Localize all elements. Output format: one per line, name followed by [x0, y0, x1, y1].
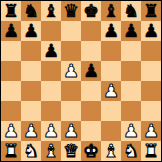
square-h7[interactable]: ♟	[141, 21, 161, 41]
black-pawn: ♟	[83, 61, 99, 81]
square-g3[interactable]	[121, 101, 141, 121]
black-pawn: ♟	[3, 21, 19, 41]
square-f4[interactable]: ♟	[101, 81, 121, 101]
black-rook: ♜	[143, 1, 159, 21]
square-b2[interactable]: ♟	[21, 121, 41, 141]
white-bishop: ♝	[103, 141, 119, 161]
square-b4[interactable]	[21, 81, 41, 101]
square-g1[interactable]: ♞	[121, 141, 141, 161]
black-king: ♚	[83, 1, 99, 21]
square-d8[interactable]: ♛	[61, 1, 81, 21]
square-e2[interactable]	[81, 121, 101, 141]
square-g2[interactable]: ♟	[121, 121, 141, 141]
square-c5[interactable]	[41, 61, 61, 81]
white-pawn: ♟	[103, 81, 119, 101]
square-a7[interactable]: ♟	[1, 21, 21, 41]
square-c1[interactable]: ♝	[41, 141, 61, 161]
square-e7[interactable]	[81, 21, 101, 41]
square-g7[interactable]: ♟	[121, 21, 141, 41]
square-e8[interactable]: ♚	[81, 1, 101, 21]
square-e1[interactable]: ♚	[81, 141, 101, 161]
square-c6[interactable]: ♟	[41, 41, 61, 61]
square-g8[interactable]: ♞	[121, 1, 141, 21]
square-e6[interactable]	[81, 41, 101, 61]
black-knight: ♞	[123, 1, 139, 21]
square-d2[interactable]: ♟	[61, 121, 81, 141]
square-b8[interactable]: ♞	[21, 1, 41, 21]
white-knight: ♞	[23, 141, 39, 161]
square-c2[interactable]: ♟	[41, 121, 61, 141]
white-pawn: ♟	[63, 121, 79, 141]
square-h4[interactable]	[141, 81, 161, 101]
black-bishop: ♝	[43, 1, 59, 21]
square-h5[interactable]	[141, 61, 161, 81]
square-a5[interactable]	[1, 61, 21, 81]
square-b3[interactable]	[21, 101, 41, 121]
square-c4[interactable]	[41, 81, 61, 101]
square-g6[interactable]	[121, 41, 141, 61]
square-f3[interactable]	[101, 101, 121, 121]
black-queen: ♛	[63, 1, 79, 21]
square-a1[interactable]: ♜	[1, 141, 21, 161]
square-a4[interactable]	[1, 81, 21, 101]
square-f5[interactable]	[101, 61, 121, 81]
white-pawn: ♟	[143, 121, 159, 141]
square-e5[interactable]: ♟	[81, 61, 101, 81]
square-h1[interactable]: ♜	[141, 141, 161, 161]
white-pawn: ♟	[3, 121, 19, 141]
black-pawn: ♟	[143, 21, 159, 41]
square-a2[interactable]: ♟	[1, 121, 21, 141]
black-pawn: ♟	[23, 21, 39, 41]
black-pawn: ♟	[123, 21, 139, 41]
square-c3[interactable]	[41, 101, 61, 121]
black-rook: ♜	[3, 1, 19, 21]
black-bishop: ♝	[103, 1, 119, 21]
white-pawn: ♟	[43, 121, 59, 141]
white-pawn: ♟	[63, 61, 79, 81]
white-pawn: ♟	[123, 121, 139, 141]
square-f1[interactable]: ♝	[101, 141, 121, 161]
black-knight: ♞	[23, 1, 39, 21]
square-d4[interactable]	[61, 81, 81, 101]
square-h6[interactable]	[141, 41, 161, 61]
square-h3[interactable]	[141, 101, 161, 121]
square-a3[interactable]	[1, 101, 21, 121]
square-f6[interactable]	[101, 41, 121, 61]
square-a8[interactable]: ♜	[1, 1, 21, 21]
square-b7[interactable]: ♟	[21, 21, 41, 41]
square-f2[interactable]	[101, 121, 121, 141]
white-rook: ♜	[3, 141, 19, 161]
square-b1[interactable]: ♞	[21, 141, 41, 161]
square-f7[interactable]: ♟	[101, 21, 121, 41]
white-knight: ♞	[123, 141, 139, 161]
square-c7[interactable]	[41, 21, 61, 41]
white-queen: ♛	[63, 141, 79, 161]
square-f8[interactable]: ♝	[101, 1, 121, 21]
square-h2[interactable]: ♟	[141, 121, 161, 141]
square-d5[interactable]: ♟	[61, 61, 81, 81]
square-c8[interactable]: ♝	[41, 1, 61, 21]
white-pawn: ♟	[23, 121, 39, 141]
square-g5[interactable]	[121, 61, 141, 81]
square-b6[interactable]	[21, 41, 41, 61]
square-e3[interactable]	[81, 101, 101, 121]
square-d1[interactable]: ♛	[61, 141, 81, 161]
white-rook: ♜	[143, 141, 159, 161]
square-h8[interactable]: ♜	[141, 1, 161, 21]
square-a6[interactable]	[1, 41, 21, 61]
black-pawn: ♟	[103, 21, 119, 41]
chess-board: ♜♞♝♛♚♝♞♜♟♟♟♟♟♟♟♟♟♟♟♟♟♟♟♜♞♝♛♚♝♞♜	[0, 0, 162, 162]
square-g4[interactable]	[121, 81, 141, 101]
white-king: ♚	[83, 141, 99, 161]
square-d7[interactable]	[61, 21, 81, 41]
square-d6[interactable]	[61, 41, 81, 61]
white-bishop: ♝	[43, 141, 59, 161]
square-d3[interactable]	[61, 101, 81, 121]
square-e4[interactable]	[81, 81, 101, 101]
black-pawn: ♟	[43, 41, 59, 61]
square-b5[interactable]	[21, 61, 41, 81]
